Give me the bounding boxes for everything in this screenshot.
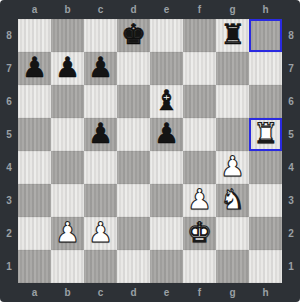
rank-label-7: 7 — [0, 52, 18, 85]
square-a2[interactable] — [18, 217, 51, 250]
square-g8[interactable]: ♜ — [216, 19, 249, 52]
square-a7[interactable]: ♟ — [18, 52, 51, 85]
chess-board[interactable]: ♚♜♟♟♟♝♟♟♜♟♟♞♟♟♚ — [18, 19, 282, 283]
white-king-f2[interactable]: ♚ — [187, 216, 212, 249]
square-b1[interactable] — [51, 250, 84, 283]
file-label-b: b — [51, 283, 84, 302]
file-label-e: e — [150, 0, 183, 19]
rank-label-2: 2 — [0, 217, 18, 250]
square-f3[interactable]: ♟ — [183, 184, 216, 217]
rank-labels-right: 87654321 — [282, 19, 300, 283]
square-a8[interactable] — [18, 19, 51, 52]
rank-label-6: 6 — [282, 85, 300, 118]
square-d8[interactable]: ♚ — [117, 19, 150, 52]
square-c7[interactable]: ♟ — [84, 52, 117, 85]
rank-label-7: 7 — [282, 52, 300, 85]
square-a3[interactable] — [18, 184, 51, 217]
white-knight-g3[interactable]: ♞ — [220, 183, 245, 216]
file-label-h: h — [249, 0, 282, 19]
square-c5[interactable]: ♟ — [84, 118, 117, 151]
square-b5[interactable] — [51, 118, 84, 151]
rank-labels-left: 87654321 — [0, 19, 18, 283]
square-d5[interactable] — [117, 118, 150, 151]
square-e8[interactable] — [150, 19, 183, 52]
square-f2[interactable]: ♚ — [183, 217, 216, 250]
rank-label-8: 8 — [0, 19, 18, 52]
square-h6[interactable] — [249, 85, 282, 118]
square-d2[interactable] — [117, 217, 150, 250]
rank-label-5: 5 — [282, 118, 300, 151]
square-f8[interactable] — [183, 19, 216, 52]
white-rook-h5[interactable]: ♜ — [253, 117, 278, 150]
black-pawn-c5[interactable]: ♟ — [88, 117, 113, 150]
square-h3[interactable] — [249, 184, 282, 217]
file-label-g: g — [216, 0, 249, 19]
black-king-d8[interactable]: ♚ — [121, 18, 146, 51]
square-a4[interactable] — [18, 151, 51, 184]
square-d1[interactable] — [117, 250, 150, 283]
file-labels-bottom: abcdefgh — [18, 283, 282, 302]
rank-label-1: 1 — [282, 250, 300, 283]
file-label-e: e — [150, 283, 183, 302]
white-pawn-b2[interactable]: ♟ — [55, 216, 80, 249]
square-d7[interactable] — [117, 52, 150, 85]
rank-label-6: 6 — [0, 85, 18, 118]
square-e7[interactable] — [150, 52, 183, 85]
white-pawn-f3[interactable]: ♟ — [187, 183, 212, 216]
black-bishop-e6[interactable]: ♝ — [154, 84, 179, 117]
square-b8[interactable] — [51, 19, 84, 52]
file-label-d: d — [117, 283, 150, 302]
rank-label-1: 1 — [0, 250, 18, 283]
square-h8[interactable] — [249, 19, 282, 52]
file-label-c: c — [84, 0, 117, 19]
square-e3[interactable] — [150, 184, 183, 217]
square-e6[interactable]: ♝ — [150, 85, 183, 118]
square-d4[interactable] — [117, 151, 150, 184]
file-labels-top: abcdefgh — [18, 0, 282, 19]
file-label-f: f — [183, 283, 216, 302]
square-g6[interactable] — [216, 85, 249, 118]
square-d6[interactable] — [117, 85, 150, 118]
square-a1[interactable] — [18, 250, 51, 283]
square-c2[interactable]: ♟ — [84, 217, 117, 250]
square-e4[interactable] — [150, 151, 183, 184]
file-label-f: f — [183, 0, 216, 19]
square-c4[interactable] — [84, 151, 117, 184]
black-pawn-a7[interactable]: ♟ — [22, 51, 47, 84]
square-d3[interactable] — [117, 184, 150, 217]
rank-label-4: 4 — [282, 151, 300, 184]
square-g1[interactable] — [216, 250, 249, 283]
square-g3[interactable]: ♞ — [216, 184, 249, 217]
square-h2[interactable] — [249, 217, 282, 250]
black-pawn-c7[interactable]: ♟ — [88, 51, 113, 84]
black-rook-g8[interactable]: ♜ — [220, 18, 245, 51]
square-g7[interactable] — [216, 52, 249, 85]
file-label-d: d — [117, 0, 150, 19]
square-f7[interactable] — [183, 52, 216, 85]
black-pawn-b7[interactable]: ♟ — [55, 51, 80, 84]
square-g4[interactable]: ♟ — [216, 151, 249, 184]
square-g2[interactable] — [216, 217, 249, 250]
square-a6[interactable] — [18, 85, 51, 118]
square-e2[interactable] — [150, 217, 183, 250]
file-label-c: c — [84, 283, 117, 302]
square-b4[interactable] — [51, 151, 84, 184]
square-a5[interactable] — [18, 118, 51, 151]
square-h1[interactable] — [249, 250, 282, 283]
square-h4[interactable] — [249, 151, 282, 184]
chess-board-frame: abcdefgh abcdefgh 87654321 87654321 ♚♜♟♟… — [0, 0, 300, 302]
square-f1[interactable] — [183, 250, 216, 283]
rank-label-3: 3 — [282, 184, 300, 217]
file-label-g: g — [216, 283, 249, 302]
square-g5[interactable] — [216, 118, 249, 151]
file-label-b: b — [51, 0, 84, 19]
square-b2[interactable]: ♟ — [51, 217, 84, 250]
square-b7[interactable]: ♟ — [51, 52, 84, 85]
square-e5[interactable]: ♟ — [150, 118, 183, 151]
square-c6[interactable] — [84, 85, 117, 118]
square-b6[interactable] — [51, 85, 84, 118]
square-c3[interactable] — [84, 184, 117, 217]
white-pawn-g4[interactable]: ♟ — [220, 150, 245, 183]
square-f5[interactable] — [183, 118, 216, 151]
file-label-a: a — [18, 0, 51, 19]
square-f6[interactable] — [183, 85, 216, 118]
rank-label-2: 2 — [282, 217, 300, 250]
square-f4[interactable] — [183, 151, 216, 184]
square-h5[interactable]: ♜ — [249, 118, 282, 151]
file-label-a: a — [18, 283, 51, 302]
square-e1[interactable] — [150, 250, 183, 283]
square-b3[interactable] — [51, 184, 84, 217]
rank-label-8: 8 — [282, 19, 300, 52]
rank-label-3: 3 — [0, 184, 18, 217]
black-pawn-e5[interactable]: ♟ — [154, 117, 179, 150]
square-c1[interactable] — [84, 250, 117, 283]
file-label-h: h — [249, 283, 282, 302]
rank-label-5: 5 — [0, 118, 18, 151]
rank-label-4: 4 — [0, 151, 18, 184]
square-h7[interactable] — [249, 52, 282, 85]
white-pawn-c2[interactable]: ♟ — [88, 216, 113, 249]
square-c8[interactable] — [84, 19, 117, 52]
